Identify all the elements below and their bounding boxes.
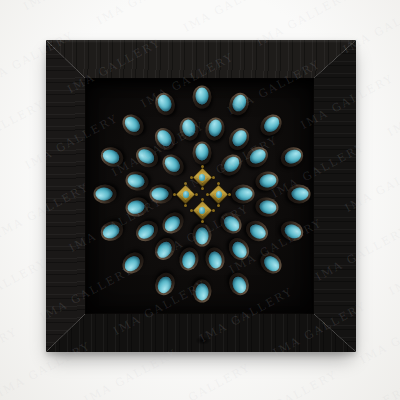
turquoise-stone — [193, 280, 212, 303]
gold-tip-knob — [195, 193, 198, 196]
turquoise-stone — [98, 144, 127, 170]
turquoise-stone — [216, 208, 246, 238]
turquoise-stone — [151, 124, 180, 154]
turquoise-gem — [292, 188, 309, 201]
turquoise-stone — [203, 116, 226, 142]
turquoise-stone — [193, 142, 212, 165]
turquoise-stone — [151, 234, 180, 264]
turquoise-stone — [242, 143, 272, 172]
turquoise-stone — [150, 185, 173, 204]
turquoise-stone — [242, 216, 272, 245]
gold-center-turquoise — [216, 191, 222, 198]
gold-tip-knob — [173, 193, 176, 196]
turquoise-stone — [178, 116, 201, 142]
turquoise-stone — [119, 248, 149, 278]
gold-center-turquoise — [183, 191, 189, 198]
artwork-frame — [46, 40, 356, 352]
gold-tip-knob — [201, 187, 204, 190]
gold-tip-knob — [212, 209, 215, 212]
turquoise-stone — [224, 234, 253, 264]
gold-tip-knob — [228, 193, 231, 196]
turquoise-gem — [152, 188, 169, 201]
turquoise-stone — [152, 90, 178, 119]
gold-tip-knob — [206, 193, 209, 196]
turquoise-gem — [196, 284, 209, 301]
wood-knot — [195, 336, 211, 345]
gold-ornament — [176, 184, 196, 204]
photo-background-wall: IMA GALLERY IMA GALLERY IMA GALLERY IMA … — [0, 0, 400, 400]
gold-tip-knob — [201, 165, 204, 168]
turquoise-stone — [203, 246, 226, 272]
gold-tip-knob — [190, 176, 193, 179]
turquoise-stone — [124, 170, 150, 193]
turquoise-stone — [98, 218, 127, 244]
gold-tip-knob — [217, 204, 220, 207]
turquoise-gem — [236, 188, 253, 201]
gold-tip-knob — [201, 220, 204, 223]
turquoise-gem — [196, 88, 209, 105]
gold-tip-knob — [184, 204, 187, 207]
turquoise-stone — [288, 185, 311, 204]
gold-tip-knob — [212, 176, 215, 179]
turquoise-stone — [232, 185, 255, 204]
turquoise-stone — [124, 195, 150, 218]
turquoise-stone — [226, 90, 252, 119]
turquoise-gem — [96, 188, 113, 201]
turquoise-stone — [256, 248, 286, 278]
gold-center-turquoise — [199, 207, 205, 214]
turquoise-stone — [256, 111, 286, 141]
gold-tip-knob — [217, 182, 220, 185]
turquoise-stone — [226, 269, 252, 298]
turquoise-gem — [196, 228, 209, 245]
turquoise-gem — [196, 144, 209, 161]
gold-tip-knob — [184, 182, 187, 185]
gold-tip-knob — [201, 198, 204, 201]
turquoise-stone — [178, 246, 201, 272]
turquoise-stone — [158, 150, 188, 180]
turquoise-stone — [152, 269, 178, 298]
turquoise-stone — [119, 111, 149, 141]
turquoise-stone — [254, 195, 280, 218]
turquoise-stone — [193, 86, 212, 109]
gold-tip-knob — [190, 209, 193, 212]
fabric — [85, 78, 314, 314]
turquoise-stone — [94, 185, 117, 204]
gold-center-turquoise — [199, 174, 205, 181]
turquoise-stone — [277, 218, 306, 244]
turquoise-stone — [254, 170, 280, 193]
turquoise-stone — [277, 144, 306, 170]
turquoise-stone — [193, 224, 212, 247]
turquoise-stone — [132, 143, 162, 172]
